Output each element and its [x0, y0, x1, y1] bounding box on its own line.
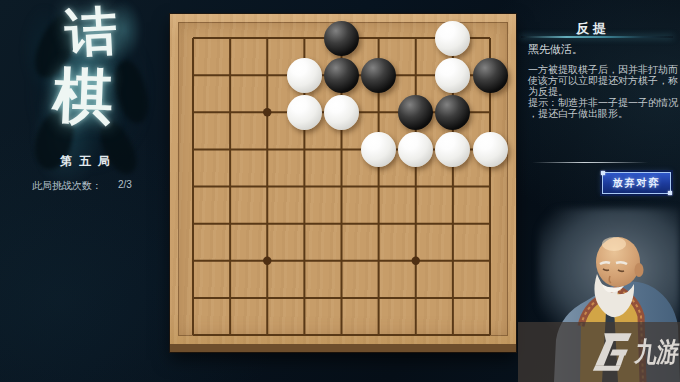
title-divider [521, 36, 673, 38]
jiuyou-logo: 九游 [587, 329, 680, 375]
app-title-char-1: 诘 [64, 4, 119, 59]
app-title-char-2: 棋 [52, 65, 114, 127]
stone-white [287, 95, 322, 130]
puzzle-hint-text: 提示：制造并非一子提一子的情况 ，提还白子做出眼形。 [528, 97, 680, 119]
stone-black [324, 58, 359, 93]
stone-black [473, 58, 508, 93]
stone-white [435, 58, 470, 93]
watermark-banner: 九游 [518, 322, 680, 382]
stone-white [287, 58, 322, 93]
puzzle-rule-text: 一方被提取棋子后，因并非打劫而 使该方可以立即提还对方棋子，称 为反提。 [528, 64, 680, 98]
stone-white [324, 95, 359, 130]
attempts-label: 此局挑战次数： [32, 179, 102, 193]
attempts-value: 2/3 [118, 179, 132, 193]
stone-white [473, 132, 508, 167]
stone-black [435, 95, 470, 130]
stone-white [398, 132, 433, 167]
stone-white [435, 21, 470, 56]
section-divider [532, 162, 648, 163]
jiuyou-logo-icon [587, 329, 634, 375]
game-screen: 诘 棋 第五局 此局挑战次数： 2/3 反提 黑先做活。 一方被提取棋子后，因并… [0, 0, 680, 382]
puzzle-objective: 黑先做活。 [528, 42, 583, 57]
jiuyou-logo-text: 九游 [633, 334, 680, 370]
give-up-button[interactable]: 放弃对弈 [602, 172, 671, 194]
stone-black [398, 95, 433, 130]
stone-white [361, 132, 396, 167]
attempts-row: 此局挑战次数： 2/3 [32, 179, 162, 193]
stage-label: 第五局 [0, 153, 170, 170]
app-title-calligraphy: 诘 棋 [0, 6, 170, 126]
stone-black [361, 58, 396, 93]
stone-black [324, 21, 359, 56]
go-board[interactable] [170, 14, 516, 352]
